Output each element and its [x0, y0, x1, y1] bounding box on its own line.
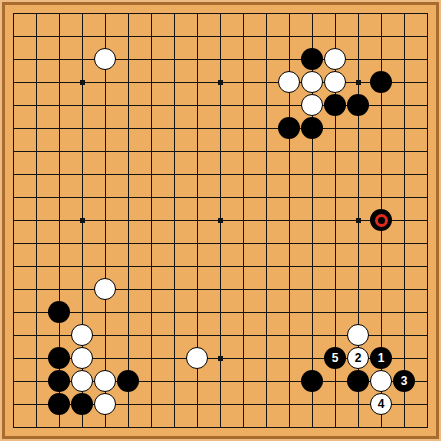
- go-board: 52134: [0, 0, 441, 441]
- board-intersection: [324, 48, 347, 71]
- white-stone: [347, 324, 369, 346]
- black-stone: [71, 393, 93, 415]
- black-stone: [48, 393, 70, 415]
- white-stone: [71, 370, 93, 392]
- white-stone: [370, 370, 392, 392]
- go-diagram: 52134: [0, 0, 441, 441]
- white-stone: [186, 347, 208, 369]
- stone-layer: 52134: [2, 2, 439, 439]
- board-intersection: 2: [347, 347, 370, 370]
- black-stone: [301, 370, 323, 392]
- board-intersection: [301, 94, 324, 117]
- board-intersection: [94, 278, 117, 301]
- board-intersection: [324, 71, 347, 94]
- board-intersection: [71, 370, 94, 393]
- white-stone: [71, 324, 93, 346]
- black-stone: [347, 370, 369, 392]
- board-intersection: [347, 94, 370, 117]
- black-stone: [347, 94, 369, 116]
- white-stone: [301, 71, 323, 93]
- black-stone: [301, 117, 323, 139]
- board-intersection: [48, 370, 71, 393]
- board-intersection: [301, 71, 324, 94]
- black-stone: [370, 71, 392, 93]
- board-intersection: [71, 347, 94, 370]
- board-intersection: [347, 324, 370, 347]
- board-intersection: [278, 71, 301, 94]
- move-3-black-stone: 3: [393, 370, 415, 392]
- board-intersection: [48, 301, 71, 324]
- board-intersection: [48, 393, 71, 416]
- black-stone: [324, 94, 346, 116]
- black-stone: [301, 48, 323, 70]
- white-stone: [94, 278, 116, 300]
- white-stone: [94, 48, 116, 70]
- move-1-black-stone: 1: [370, 347, 392, 369]
- board-intersection: [94, 370, 117, 393]
- board-intersection: [94, 48, 117, 71]
- board-intersection: [48, 347, 71, 370]
- board-intersection: [324, 94, 347, 117]
- board-intersection: [117, 370, 140, 393]
- board-intersection: [370, 209, 393, 232]
- white-stone: [301, 94, 323, 116]
- board-intersection: [278, 117, 301, 140]
- board-intersection: [301, 370, 324, 393]
- black-stone: [48, 347, 70, 369]
- board-intersection: [71, 324, 94, 347]
- move-4-white-stone: 4: [370, 393, 392, 415]
- board-intersection: [186, 347, 209, 370]
- black-stone: [278, 117, 300, 139]
- board-intersection: [370, 71, 393, 94]
- black-stone: [117, 370, 139, 392]
- board-intersection: [71, 393, 94, 416]
- board-intersection: [94, 393, 117, 416]
- white-stone: [94, 370, 116, 392]
- black-stone: [48, 370, 70, 392]
- board-intersection: 3: [393, 370, 416, 393]
- board-intersection: [347, 370, 370, 393]
- board-intersection: 1: [370, 347, 393, 370]
- black-stone-marked: [370, 209, 392, 231]
- board-intersection: 5: [324, 347, 347, 370]
- white-stone: [278, 71, 300, 93]
- circle-marker-icon: [375, 214, 388, 227]
- move-5-black-stone: 5: [324, 347, 346, 369]
- board-intersection: 4: [370, 393, 393, 416]
- white-stone: [324, 48, 346, 70]
- board-intersection: [301, 117, 324, 140]
- board-intersection: [370, 370, 393, 393]
- white-stone: [71, 347, 93, 369]
- white-stone: [94, 393, 116, 415]
- black-stone: [48, 301, 70, 323]
- board-intersection: [301, 48, 324, 71]
- white-stone: [324, 71, 346, 93]
- move-2-white-stone: 2: [347, 347, 369, 369]
